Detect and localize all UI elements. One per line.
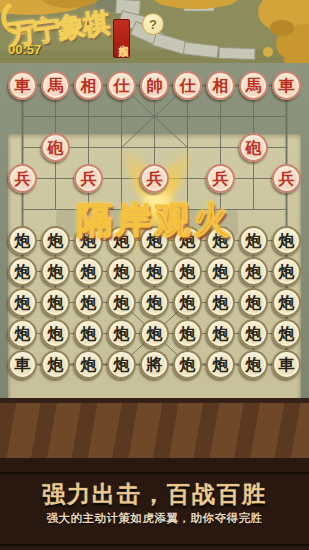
- board-intersection[interactable]: 仕: [105, 70, 138, 101]
- board-intersection[interactable]: 車: [270, 349, 303, 380]
- board-intersection[interactable]: [72, 132, 105, 163]
- piece-black-cannon[interactable]: 炮: [41, 288, 70, 317]
- board-intersection[interactable]: 炮: [237, 287, 270, 318]
- piece-black-cannon[interactable]: 炮: [74, 288, 103, 317]
- board-intersection[interactable]: 炮: [105, 287, 138, 318]
- piece-red-advisor[interactable]: 仕: [173, 71, 202, 100]
- piece-black-cannon[interactable]: 炮: [272, 288, 301, 317]
- piece-black-cannon[interactable]: 炮: [140, 257, 169, 286]
- board-intersection[interactable]: [171, 163, 204, 194]
- piece-black-cannon[interactable]: 炮: [239, 350, 268, 379]
- app-window: 万宁象棋 大招版 ? 00:57 車馬相仕帥仕相馬車砲砲兵兵兵兵兵炮炮炮炮炮炮炮…: [0, 0, 309, 550]
- piece-red-elephant[interactable]: 相: [206, 71, 235, 100]
- board-intersection[interactable]: 炮: [204, 287, 237, 318]
- board-intersection[interactable]: 相: [204, 70, 237, 101]
- board-intersection[interactable]: 炮: [171, 256, 204, 287]
- board-intersection[interactable]: 炮: [237, 318, 270, 349]
- piece-black-cannon[interactable]: 炮: [107, 319, 136, 348]
- piece-red-soldier[interactable]: 兵: [140, 164, 169, 193]
- board-intersection[interactable]: [6, 101, 39, 132]
- board-intersection[interactable]: [270, 132, 303, 163]
- piece-red-elephant[interactable]: 相: [74, 71, 103, 100]
- piece-black-cannon[interactable]: 炮: [74, 350, 103, 379]
- plank-line: [0, 472, 309, 474]
- board-intersection[interactable]: 炮: [237, 256, 270, 287]
- board-intersection[interactable]: 兵: [204, 163, 237, 194]
- board-intersection[interactable]: [72, 101, 105, 132]
- board-intersection[interactable]: 炮: [138, 256, 171, 287]
- board-intersection[interactable]: 馬: [237, 70, 270, 101]
- piece-red-general[interactable]: 帥: [140, 71, 169, 100]
- piece-red-chariot[interactable]: 車: [272, 71, 301, 100]
- board-intersection[interactable]: 炮: [171, 349, 204, 380]
- board-intersection[interactable]: 炮: [204, 349, 237, 380]
- piece-black-cannon[interactable]: 炮: [206, 288, 235, 317]
- board-intersection[interactable]: [171, 132, 204, 163]
- piece-black-cannon[interactable]: 炮: [107, 288, 136, 317]
- board-intersection[interactable]: 炮: [6, 318, 39, 349]
- piece-black-cannon[interactable]: 炮: [206, 257, 235, 286]
- board-intersection[interactable]: 炮: [138, 318, 171, 349]
- strategy-banner: 隔岸观火: [0, 196, 309, 245]
- piece-red-advisor[interactable]: 仕: [107, 71, 136, 100]
- board-intersection[interactable]: [204, 132, 237, 163]
- board-intersection[interactable]: 炮: [138, 287, 171, 318]
- wood-ledge: [0, 398, 309, 466]
- board-intersection[interactable]: [6, 132, 39, 163]
- promo-title: 强力出击，百战百胜: [0, 479, 309, 510]
- board-intersection[interactable]: 兵: [72, 163, 105, 194]
- piece-black-cannon[interactable]: 炮: [272, 319, 301, 348]
- board-intersection[interactable]: 炮: [171, 287, 204, 318]
- board-intersection[interactable]: 炮: [39, 256, 72, 287]
- plank-line: [0, 544, 309, 546]
- board-intersection[interactable]: 炮: [39, 349, 72, 380]
- help-button[interactable]: ?: [142, 13, 164, 35]
- edition-badge: 大招版: [113, 19, 130, 58]
- promo-subtitle: 强大的主动计策如虎添翼，助你夺得完胜: [0, 511, 309, 526]
- board-intersection[interactable]: 炮: [270, 287, 303, 318]
- board-intersection[interactable]: 炮: [270, 318, 303, 349]
- piece-black-cannon[interactable]: 炮: [8, 319, 37, 348]
- board-intersection[interactable]: [270, 101, 303, 132]
- piece-black-general[interactable]: 將: [140, 350, 169, 379]
- board-intersection[interactable]: 炮: [6, 287, 39, 318]
- piece-black-cannon[interactable]: 炮: [173, 350, 202, 379]
- piece-black-cannon[interactable]: 炮: [206, 350, 235, 379]
- piece-black-cannon[interactable]: 炮: [107, 257, 136, 286]
- piece-black-cannon[interactable]: 炮: [173, 319, 202, 348]
- board-intersection[interactable]: [105, 163, 138, 194]
- board-intersection[interactable]: 馬: [39, 70, 72, 101]
- board-intersection[interactable]: [138, 101, 171, 132]
- question-icon: ?: [149, 17, 157, 32]
- piece-black-cannon[interactable]: 炮: [173, 257, 202, 286]
- piece-black-cannon[interactable]: 炮: [140, 288, 169, 317]
- board-intersection[interactable]: 炮: [171, 318, 204, 349]
- board-intersection[interactable]: [39, 101, 72, 132]
- board-intersection[interactable]: 砲: [39, 132, 72, 163]
- piece-black-cannon[interactable]: 炮: [74, 319, 103, 348]
- piece-red-soldier[interactable]: 兵: [74, 164, 103, 193]
- board-intersection[interactable]: 兵: [270, 163, 303, 194]
- board-intersection[interactable]: [237, 101, 270, 132]
- board-intersection[interactable]: 炮: [204, 256, 237, 287]
- piece-red-horse[interactable]: 馬: [239, 71, 268, 100]
- board-intersection[interactable]: 炮: [204, 318, 237, 349]
- board-intersection[interactable]: [237, 163, 270, 194]
- piece-black-cannon[interactable]: 炮: [8, 288, 37, 317]
- board-intersection[interactable]: 炮: [72, 287, 105, 318]
- board-intersection[interactable]: 車: [6, 349, 39, 380]
- board-intersection[interactable]: [105, 101, 138, 132]
- piece-red-soldier[interactable]: 兵: [206, 164, 235, 193]
- board-intersection[interactable]: 炮: [72, 256, 105, 287]
- board-intersection[interactable]: [204, 101, 237, 132]
- board-intersection[interactable]: 炮: [105, 349, 138, 380]
- piece-red-cannon[interactable]: 砲: [239, 133, 268, 162]
- board-intersection[interactable]: [138, 132, 171, 163]
- board-intersection[interactable]: 炮: [105, 318, 138, 349]
- board-intersection[interactable]: 仕: [171, 70, 204, 101]
- move-timer: 00:57: [8, 42, 41, 57]
- piece-red-soldier[interactable]: 兵: [8, 164, 37, 193]
- piece-black-cannon[interactable]: 炮: [173, 288, 202, 317]
- board-intersection[interactable]: [105, 132, 138, 163]
- piece-black-chariot[interactable]: 車: [272, 350, 301, 379]
- piece-red-cannon[interactable]: 砲: [41, 133, 70, 162]
- board-intersection[interactable]: 炮: [105, 256, 138, 287]
- board-intersection[interactable]: 兵: [138, 163, 171, 194]
- piece-black-cannon[interactable]: 炮: [239, 319, 268, 348]
- piece-red-chariot[interactable]: 車: [8, 71, 37, 100]
- piece-black-cannon[interactable]: 炮: [140, 319, 169, 348]
- promo-panel: 强力出击，百战百胜 强大的主动计策如虎添翼，助你夺得完胜: [0, 458, 309, 550]
- board-intersection[interactable]: 炮: [72, 349, 105, 380]
- board-intersection[interactable]: [171, 101, 204, 132]
- piece-red-soldier[interactable]: 兵: [272, 164, 301, 193]
- board-intersection[interactable]: 兵: [6, 163, 39, 194]
- piece-black-chariot[interactable]: 車: [8, 350, 37, 379]
- piece-black-cannon[interactable]: 炮: [107, 350, 136, 379]
- piece-black-cannon[interactable]: 炮: [74, 257, 103, 286]
- piece-black-cannon[interactable]: 炮: [41, 257, 70, 286]
- header: 万宁象棋 大招版 ? 00:57: [0, 0, 309, 63]
- board-intersection[interactable]: 炮: [237, 349, 270, 380]
- board-intersection[interactable]: 炮: [39, 318, 72, 349]
- board-intersection[interactable]: 車: [6, 70, 39, 101]
- piece-black-cannon[interactable]: 炮: [41, 319, 70, 348]
- piece-black-cannon[interactable]: 炮: [8, 257, 37, 286]
- board-intersection[interactable]: 炮: [6, 256, 39, 287]
- board-intersection[interactable]: 車: [270, 70, 303, 101]
- board-intersection[interactable]: [39, 163, 72, 194]
- board-intersection[interactable]: 炮: [72, 318, 105, 349]
- board-intersection[interactable]: 將: [138, 349, 171, 380]
- piece-black-cannon[interactable]: 炮: [272, 257, 301, 286]
- board-intersection[interactable]: 相: [72, 70, 105, 101]
- board-intersection[interactable]: 砲: [237, 132, 270, 163]
- piece-black-cannon[interactable]: 炮: [206, 319, 235, 348]
- piece-red-horse[interactable]: 馬: [41, 71, 70, 100]
- piece-black-cannon[interactable]: 炮: [239, 288, 268, 317]
- piece-black-cannon[interactable]: 炮: [41, 350, 70, 379]
- board-intersection[interactable]: 炮: [270, 256, 303, 287]
- board-intersection[interactable]: 炮: [39, 287, 72, 318]
- board-intersection[interactable]: 帥: [138, 70, 171, 101]
- piece-black-cannon[interactable]: 炮: [239, 257, 268, 286]
